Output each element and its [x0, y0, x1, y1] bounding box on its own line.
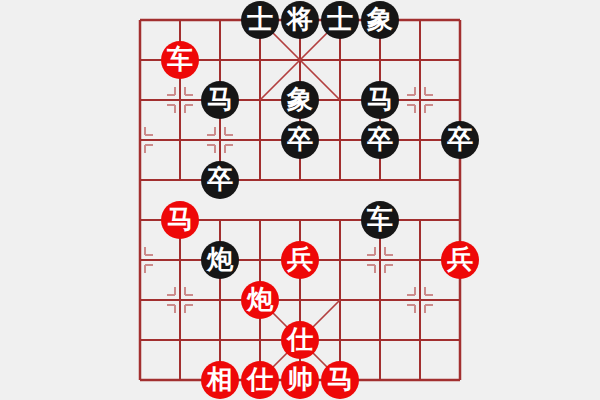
piece-red-advisor[interactable]: 仕	[281, 321, 319, 359]
intersection	[360, 240, 400, 280]
intersection	[440, 80, 480, 120]
piece-black-horse[interactable]: 马	[361, 81, 399, 119]
intersection: 车	[360, 200, 400, 240]
intersection: 兵	[280, 240, 320, 280]
intersection	[240, 200, 280, 240]
intersection	[440, 40, 480, 80]
intersection: 车	[160, 40, 200, 80]
piece-black-advisor[interactable]: 士	[321, 1, 359, 39]
piece-red-cannon[interactable]: 炮	[241, 281, 279, 319]
board-grid: 士将士象车马象马卒卒卒卒马车炮兵兵炮仕相仕帅马	[120, 0, 480, 400]
intersection	[240, 80, 280, 120]
intersection: 马	[160, 200, 200, 240]
intersection	[320, 240, 360, 280]
intersection	[320, 200, 360, 240]
intersection	[120, 40, 160, 80]
intersection	[320, 160, 360, 200]
intersection	[400, 120, 440, 160]
intersection	[160, 80, 200, 120]
intersection	[440, 360, 480, 400]
intersection	[240, 40, 280, 80]
intersection: 士	[240, 0, 280, 40]
intersection: 马	[360, 80, 400, 120]
intersection: 马	[320, 360, 360, 400]
intersection	[240, 160, 280, 200]
intersection	[160, 280, 200, 320]
intersection: 卒	[280, 120, 320, 160]
intersection	[120, 80, 160, 120]
piece-red-horse[interactable]: 马	[161, 201, 199, 239]
intersection	[120, 160, 160, 200]
intersection	[440, 280, 480, 320]
intersection	[320, 80, 360, 120]
intersection	[240, 120, 280, 160]
intersection	[320, 320, 360, 360]
intersection	[200, 280, 240, 320]
piece-black-soldier[interactable]: 卒	[361, 121, 399, 159]
intersection	[440, 200, 480, 240]
intersection	[200, 320, 240, 360]
piece-black-soldier[interactable]: 卒	[441, 121, 479, 159]
piece-black-advisor[interactable]: 士	[241, 1, 279, 39]
intersection	[400, 200, 440, 240]
intersection: 兵	[440, 240, 480, 280]
intersection: 仕	[240, 360, 280, 400]
piece-black-soldier[interactable]: 卒	[281, 121, 319, 159]
intersection: 马	[200, 80, 240, 120]
intersection	[400, 160, 440, 200]
piece-black-elephant[interactable]: 象	[361, 1, 399, 39]
intersection	[200, 40, 240, 80]
intersection	[200, 120, 240, 160]
intersection	[440, 0, 480, 40]
intersection	[120, 0, 160, 40]
intersection	[400, 0, 440, 40]
intersection	[120, 280, 160, 320]
piece-red-soldier[interactable]: 兵	[441, 241, 479, 279]
piece-black-horse[interactable]: 马	[201, 81, 239, 119]
piece-red-chariot[interactable]: 车	[161, 41, 199, 79]
piece-red-elephant[interactable]: 相	[201, 361, 239, 399]
intersection: 士	[320, 0, 360, 40]
intersection	[280, 280, 320, 320]
intersection	[160, 160, 200, 200]
intersection	[120, 320, 160, 360]
intersection	[360, 40, 400, 80]
intersection: 炮	[240, 280, 280, 320]
intersection	[400, 280, 440, 320]
intersection: 炮	[200, 240, 240, 280]
intersection	[200, 0, 240, 40]
intersection	[360, 320, 400, 360]
piece-red-horse[interactable]: 马	[321, 361, 359, 399]
intersection	[120, 360, 160, 400]
piece-black-elephant[interactable]: 象	[281, 81, 319, 119]
intersection	[160, 0, 200, 40]
intersection: 象	[360, 0, 400, 40]
intersection: 卒	[440, 120, 480, 160]
piece-red-soldier[interactable]: 兵	[281, 241, 319, 279]
intersection: 卒	[200, 160, 240, 200]
intersection	[440, 160, 480, 200]
intersection	[120, 200, 160, 240]
intersection: 相	[200, 360, 240, 400]
intersection	[360, 360, 400, 400]
intersection: 卒	[360, 120, 400, 160]
intersection	[440, 320, 480, 360]
xiangqi-board: 士将士象车马象马卒卒卒卒马车炮兵兵炮仕相仕帅马	[0, 0, 600, 400]
intersection	[400, 80, 440, 120]
piece-black-soldier[interactable]: 卒	[201, 161, 239, 199]
intersection	[120, 120, 160, 160]
intersection	[160, 120, 200, 160]
intersection	[320, 40, 360, 80]
piece-red-general[interactable]: 帅	[281, 361, 319, 399]
intersection	[400, 320, 440, 360]
piece-red-advisor[interactable]: 仕	[241, 361, 279, 399]
intersection	[280, 200, 320, 240]
intersection	[160, 240, 200, 280]
intersection	[360, 280, 400, 320]
intersection: 仕	[280, 320, 320, 360]
intersection	[400, 40, 440, 80]
intersection: 象	[280, 80, 320, 120]
intersection	[120, 240, 160, 280]
intersection: 帅	[280, 360, 320, 400]
intersection	[400, 240, 440, 280]
intersection	[200, 200, 240, 240]
intersection	[360, 160, 400, 200]
intersection	[320, 280, 360, 320]
intersection	[320, 120, 360, 160]
intersection	[160, 320, 200, 360]
intersection	[400, 360, 440, 400]
piece-black-cannon[interactable]: 炮	[201, 241, 239, 279]
intersection	[240, 240, 280, 280]
intersection	[280, 160, 320, 200]
piece-black-general[interactable]: 将	[281, 1, 319, 39]
intersection	[280, 40, 320, 80]
intersection	[240, 320, 280, 360]
intersection: 将	[280, 0, 320, 40]
piece-black-chariot[interactable]: 车	[361, 201, 399, 239]
intersection	[160, 360, 200, 400]
